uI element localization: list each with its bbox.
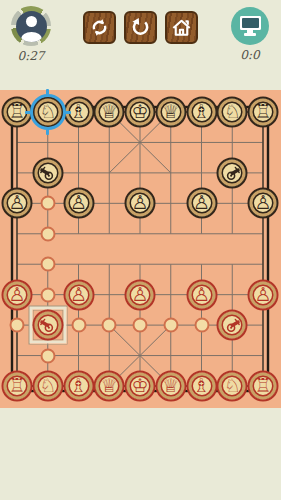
- piece-black-elephant-g10[interactable]: ♗: [186, 97, 217, 128]
- move-hint-dot-c3[interactable]: [71, 318, 86, 333]
- piece-black-advisor-d10[interactable]: ♕: [94, 97, 125, 128]
- piece-black-cannon-h8[interactable]: [217, 157, 248, 188]
- piece-black-king-e10[interactable]: ♔: [125, 97, 156, 128]
- player-panel: 0:27: [7, 6, 55, 63]
- move-hint-dot-f3[interactable]: [163, 318, 178, 333]
- pawn-glyph: ♙: [70, 285, 87, 304]
- top-bar: 0:27: [0, 0, 281, 90]
- piece-black-pawn-a7[interactable]: ♙: [2, 188, 33, 219]
- pawn-glyph: ♙: [8, 193, 25, 212]
- undo-button[interactable]: [124, 11, 157, 44]
- piece-black-rook-i10[interactable]: ♖: [248, 97, 279, 128]
- piece-red-elephant-g1[interactable]: ♗: [186, 371, 217, 402]
- piece-black-pawn-e7[interactable]: ♙: [125, 188, 156, 219]
- rook-glyph: ♖: [254, 376, 271, 395]
- advisor-glyph: ♕: [162, 376, 179, 395]
- piece-red-pawn-a4[interactable]: ♙: [2, 279, 33, 310]
- pawn-glyph: ♙: [193, 285, 210, 304]
- knight-glyph: ♘: [39, 376, 56, 395]
- piece-red-cannon-b3[interactable]: [32, 310, 63, 341]
- piece-black-pawn-g7[interactable]: ♙: [186, 188, 217, 219]
- xiangqi-board[interactable]: ♖♘♗♕♔♕♗♘♖♙♙♙♙♙♙♙♙♙♙♖♘♗♕♔♕♗♘♖: [0, 90, 281, 408]
- cannon-icon: [37, 315, 58, 336]
- piece-red-advisor-f1[interactable]: ♕: [155, 371, 186, 402]
- pawn-glyph: ♙: [254, 285, 271, 304]
- piece-black-knight-h10[interactable]: ♘: [217, 97, 248, 128]
- computer-panel: 0:0: [226, 6, 274, 62]
- piece-red-pawn-g4[interactable]: ♙: [186, 279, 217, 310]
- move-hint-dot-b4[interactable]: [40, 287, 55, 302]
- home-icon: [170, 16, 193, 39]
- piece-red-rook-a1[interactable]: ♖: [2, 371, 33, 402]
- move-hint-dot-b2[interactable]: [40, 348, 55, 363]
- elephant-glyph: ♗: [70, 376, 87, 395]
- pawn-glyph: ♙: [131, 193, 148, 212]
- computer-icon: [240, 16, 261, 36]
- piece-red-advisor-d1[interactable]: ♕: [94, 371, 125, 402]
- elephant-glyph: ♗: [70, 102, 87, 121]
- move-hint-dot-g3[interactable]: [194, 318, 209, 333]
- piece-red-rook-i1[interactable]: ♖: [248, 371, 279, 402]
- rook-glyph: ♖: [254, 102, 271, 121]
- elephant-glyph: ♗: [193, 102, 210, 121]
- piece-black-advisor-f10[interactable]: ♕: [155, 97, 186, 128]
- move-hint-dot-b6[interactable]: [40, 226, 55, 241]
- rook-glyph: ♖: [8, 102, 25, 121]
- computer-avatar[interactable]: [231, 7, 269, 45]
- piece-red-king-e1[interactable]: ♔: [125, 371, 156, 402]
- king-glyph: ♔: [131, 376, 148, 395]
- piece-black-pawn-c7[interactable]: ♙: [63, 188, 94, 219]
- player-timer: 0:27: [7, 49, 55, 63]
- toolbar: [83, 11, 198, 44]
- king-glyph: ♔: [131, 102, 148, 121]
- cannon-icon: [222, 162, 243, 183]
- piece-black-cannon-b8[interactable]: [32, 157, 63, 188]
- rook-glyph: ♖: [8, 376, 25, 395]
- undo-arrow-icon: [129, 16, 152, 39]
- piece-red-pawn-i4[interactable]: ♙: [248, 279, 279, 310]
- capture-target-ring: [30, 94, 66, 130]
- piece-red-cannon-h3[interactable]: [217, 310, 248, 341]
- xiangqi-app: 0:27: [0, 0, 281, 500]
- piece-red-pawn-e4[interactable]: ♙: [125, 279, 156, 310]
- elephant-glyph: ♗: [193, 376, 210, 395]
- swap-arrows-icon: [88, 16, 111, 39]
- pawn-glyph: ♙: [131, 285, 148, 304]
- piece-red-elephant-c1[interactable]: ♗: [63, 371, 94, 402]
- pawn-glyph: ♙: [70, 193, 87, 212]
- pawn-glyph: ♙: [193, 193, 210, 212]
- advisor-glyph: ♕: [101, 376, 118, 395]
- flip-board-button[interactable]: [83, 11, 116, 44]
- move-hint-dot-b5[interactable]: [40, 257, 55, 272]
- computer-timer: 0:0: [226, 48, 274, 62]
- cannon-icon: [222, 315, 243, 336]
- move-hint-dot-a3[interactable]: [10, 318, 25, 333]
- move-hint-dot-e3[interactable]: [133, 318, 148, 333]
- piece-black-pawn-i7[interactable]: ♙: [248, 188, 279, 219]
- knight-glyph: ♘: [224, 102, 241, 121]
- cannon-icon: [37, 162, 58, 183]
- pawn-glyph: ♙: [8, 285, 25, 304]
- piece-red-knight-b1[interactable]: ♘: [32, 371, 63, 402]
- home-button[interactable]: [165, 11, 198, 44]
- knight-glyph: ♘: [224, 376, 241, 395]
- advisor-glyph: ♕: [101, 102, 118, 121]
- piece-red-pawn-c4[interactable]: ♙: [63, 279, 94, 310]
- move-hint-dot-b7[interactable]: [40, 196, 55, 211]
- piece-red-knight-h1[interactable]: ♘: [217, 371, 248, 402]
- person-icon: [16, 11, 47, 42]
- advisor-glyph: ♕: [162, 102, 179, 121]
- player-avatar[interactable]: [11, 6, 51, 46]
- move-hint-dot-d3[interactable]: [102, 318, 117, 333]
- pawn-glyph: ♙: [254, 193, 271, 212]
- board-overlay: ♖♘♗♕♔♕♗♘♖♙♙♙♙♙♙♙♙♙♙♖♘♗♕♔♕♗♘♖: [0, 90, 281, 408]
